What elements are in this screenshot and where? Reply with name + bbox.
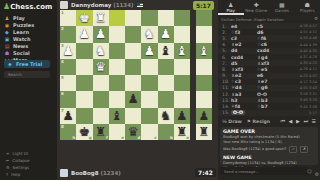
- square-b4[interactable]: [158, 59, 174, 75]
- black-pawn: ♟: [63, 108, 74, 123]
- white-knight: ♞: [144, 26, 155, 41]
- file-label: g: [89, 135, 92, 140]
- square-h7[interactable]: ♟7: [60, 108, 76, 124]
- game-over-result: BooBog8 won by checkmate (5 Min Rated): [223, 135, 315, 139]
- sidebar-item-social[interactable]: ☗Social: [4, 49, 30, 56]
- square-g2[interactable]: ♟: [76, 26, 92, 42]
- square-d5[interactable]: [125, 75, 141, 91]
- move-times: 4:30 4:20: [300, 61, 317, 65]
- square-c2[interactable]: ♞: [141, 26, 157, 42]
- strip-square-a4: [196, 59, 212, 75]
- square-g8[interactable]: ♚g: [76, 124, 92, 140]
- social-icon: ☗: [4, 50, 10, 56]
- square-f8[interactable]: ♜f: [93, 124, 109, 140]
- playback-controls[interactable]: ⏮ ◀ ▶ ⏭ ☰: [280, 118, 317, 125]
- us-flag-icon: [137, 3, 143, 7]
- rating-change: Your new Blitz rating is 1134 (-8).: [223, 140, 315, 144]
- pawn-icon: ♟: [4, 15, 10, 21]
- white-pawn: ♟: [160, 26, 171, 41]
- move-times: 4:50 4:46: [300, 36, 317, 40]
- square-f3[interactable]: ♞: [93, 43, 109, 59]
- white-move[interactable]: d4: [231, 48, 257, 53]
- panel-tabs: ♟Play✚New Game▦Games☗Players: [218, 0, 320, 15]
- square-b7[interactable]: ♞: [158, 108, 174, 124]
- black-rook: ♜: [95, 124, 106, 139]
- black-move[interactable]: c5: [257, 24, 283, 29]
- square-a2[interactable]: [174, 26, 190, 42]
- top-player-bar: Dannydomay (1134): [60, 0, 143, 9]
- strip-piece: ♜: [199, 125, 210, 139]
- move-times: 4:37 4:28: [300, 55, 317, 59]
- black-bishop: ♝: [111, 108, 122, 123]
- black-move[interactable]: ♗xf3: [257, 61, 283, 66]
- sidebar: ♟Chess.com ♟Play◉Puzzles◆Learn▣Watch▤New…: [0, 0, 57, 180]
- white-move[interactable]: ♘c3: [231, 79, 257, 84]
- sidebar-item-learn[interactable]: ◆Learn: [4, 28, 29, 35]
- new-game-title: NEW GAME: [223, 155, 315, 160]
- game-controls: ½ Draw ⚑ Resign ⏮ ◀ ▶ ⏭ ☰: [218, 117, 320, 125]
- black-move[interactable]: e6: [257, 73, 283, 78]
- white-knight: ♞: [95, 43, 106, 58]
- white-move[interactable]: e4: [231, 24, 257, 29]
- file-label: f: [106, 135, 108, 140]
- square-a6[interactable]: [174, 91, 190, 107]
- square-f5[interactable]: [93, 75, 109, 91]
- square-h5[interactable]: 5: [60, 75, 76, 91]
- black-move[interactable]: ♗g4: [257, 55, 283, 60]
- white-pawn: ♟: [144, 43, 155, 58]
- white-king: ♚: [79, 10, 90, 25]
- move-times: 4:26 4:11: [300, 67, 317, 71]
- message-input[interactable]: Send a message...: [220, 167, 310, 175]
- white-move[interactable]: cxd4: [231, 55, 257, 60]
- rank-label: 1: [61, 10, 64, 15]
- square-e1[interactable]: [109, 10, 125, 26]
- square-e2[interactable]: [109, 26, 125, 42]
- strip-square-a1: [196, 10, 212, 26]
- square-b6[interactable]: [158, 91, 174, 107]
- smiley-icon[interactable]: ☺: [307, 168, 312, 174]
- square-h8[interactable]: 8h: [60, 124, 76, 140]
- game-over-box: GAME OVER BooBog8 won by checkmate (5 Mi…: [220, 127, 318, 165]
- sidebar-footer-settings[interactable]: ⚙Settings: [6, 164, 29, 170]
- sidebar-footer-help[interactable]: ?Help: [6, 171, 20, 177]
- black-move[interactable]: ♘b7: [257, 104, 283, 109]
- rank-label: 7: [61, 108, 64, 113]
- black-clock: 7:42: [195, 168, 216, 177]
- white-queen: ♛: [95, 59, 106, 74]
- square-a4[interactable]: [174, 59, 190, 75]
- square-d8[interactable]: ♛d: [125, 124, 141, 140]
- top-avatar[interactable]: [60, 1, 68, 9]
- free-trial-label: Free Trial: [16, 61, 42, 67]
- move-times: 4:20 4:02: [300, 74, 317, 78]
- square-g7[interactable]: [76, 108, 92, 124]
- search-input[interactable]: Search: [4, 71, 50, 78]
- opening-name: Sicilian Defense: Alapin Variation: [221, 17, 317, 22]
- free-trial-button[interactable]: ◈ Free Trial: [4, 60, 50, 68]
- square-e6[interactable]: [109, 91, 125, 107]
- move-list: 1.e4c54:58 4:572.♘f3d64:55 4:523.c3♘f64:…: [218, 23, 320, 116]
- square-e7[interactable]: ♝: [109, 108, 125, 124]
- square-g1[interactable]: ♚: [76, 10, 92, 26]
- square-a3[interactable]: ♝: [174, 43, 190, 59]
- white-move[interactable]: d5: [231, 61, 257, 66]
- square-b5[interactable]: [158, 75, 174, 91]
- move-times: 4:05 3:43: [300, 86, 317, 90]
- tab-games[interactable]: ▦Games: [269, 0, 295, 15]
- square-f1[interactable]: ♜: [93, 10, 109, 26]
- thumbs-up-icon[interactable]: ✓: [289, 146, 297, 153]
- file-label: h: [72, 135, 75, 140]
- learn-icon: ◆: [4, 29, 10, 35]
- black-move[interactable]: ♘f6: [257, 36, 283, 41]
- square-d7[interactable]: [125, 108, 141, 124]
- white-move[interactable]: O-O: [231, 110, 257, 115]
- puzzle-icon: ◉: [4, 22, 10, 28]
- black-move[interactable]: O-O: [257, 92, 283, 97]
- move-times: 4:58 4:57: [300, 24, 317, 28]
- white-move[interactable]: c3: [231, 36, 257, 41]
- a-file-strip: ♝♟♜: [196, 10, 212, 140]
- settings-gear-icon[interactable]: ⚙: [315, 171, 319, 177]
- help-icon: ?: [6, 172, 8, 177]
- square-e4[interactable]: [109, 59, 125, 75]
- sidebar-footer-collapse[interactable]: ⇤Collapse: [6, 157, 29, 163]
- white-move[interactable]: ♕d4: [231, 85, 257, 90]
- square-d2[interactable]: [125, 26, 141, 42]
- sidebar-footer-light-ui[interactable]: ☀Light UI: [6, 150, 28, 156]
- strip-square-a5: [196, 75, 212, 91]
- chess-board[interactable]: 1♚♜2♟♟♞♟♟3♞♟♝♝4♛56♟♟7♝♞♟8h♚g♜fe♛dcb♜a: [60, 10, 190, 140]
- top-player-name[interactable]: Dannydomay (1134): [71, 2, 134, 8]
- white-clock: 5:17: [193, 1, 214, 10]
- bottom-avatar[interactable]: [60, 169, 68, 177]
- square-f7[interactable]: [93, 108, 109, 124]
- rank-label: 6: [61, 91, 64, 96]
- move-times: 4:44 4:39: [300, 43, 317, 47]
- black-pawn: ♟: [128, 91, 139, 106]
- square-b8[interactable]: b: [158, 124, 174, 140]
- white-pawn: ♟: [79, 26, 90, 41]
- move-times: 4:55 4:52: [300, 30, 317, 34]
- chess-com-logo[interactable]: ♟Chess.com: [3, 2, 52, 11]
- white-move[interactable]: ♗a3: [231, 92, 257, 97]
- black-move[interactable]: ♘c6: [257, 42, 283, 47]
- black-move[interactable]: ♗e7: [257, 79, 283, 84]
- square-g3[interactable]: [76, 43, 92, 59]
- collapse-icon: ⇤: [6, 158, 9, 163]
- strip-square-a2: [196, 26, 212, 42]
- square-h3[interactable]: ♟3: [60, 43, 76, 59]
- square-c1[interactable]: [141, 10, 157, 26]
- white-pawn: ♟: [95, 26, 106, 41]
- good-sport-question: Was BooBog8 (1234) a good sport?: [223, 147, 286, 151]
- white-move[interactable]: h3: [231, 98, 257, 103]
- sidebar-item-play[interactable]: ♟Play: [4, 14, 25, 21]
- tab-players[interactable]: ☗Players: [295, 0, 320, 15]
- black-move[interactable]: cxd4: [257, 48, 283, 53]
- file-label: b: [170, 135, 173, 140]
- white-pawn: ♟: [63, 43, 74, 58]
- rank-label: 2: [61, 26, 64, 31]
- rank-label: 8: [61, 124, 64, 129]
- square-d1[interactable]: [125, 10, 141, 26]
- move-times: 5:17: [309, 111, 317, 115]
- square-d4[interactable]: [125, 59, 141, 75]
- white-bishop: ♝: [176, 43, 187, 58]
- file-label: d: [137, 135, 140, 140]
- square-h6[interactable]: 6: [60, 91, 76, 107]
- move-times: 4:12 3:54: [300, 80, 317, 84]
- square-g6[interactable]: [76, 91, 92, 107]
- square-h4[interactable]: 4: [60, 59, 76, 75]
- square-a7[interactable]: ♟: [174, 108, 190, 124]
- square-g5[interactable]: [76, 75, 92, 91]
- tab-new-game[interactable]: ✚New Game: [244, 0, 270, 15]
- file-label: e: [121, 135, 124, 140]
- draw-button[interactable]: ½ Draw: [222, 119, 242, 124]
- black-pawn: ♟: [176, 108, 187, 123]
- square-c8[interactable]: c: [141, 124, 157, 140]
- news-icon: ▤: [4, 43, 10, 49]
- diamond-icon: ◈: [7, 61, 13, 67]
- rank-label: 4: [61, 59, 64, 64]
- square-a5[interactable]: [174, 75, 190, 91]
- thumbs-down-icon[interactable]: ✗: [300, 146, 308, 153]
- sidebar-item-puzzles[interactable]: ◉Puzzles: [4, 21, 34, 28]
- bottom-player-bar: BooBog8 (1234): [60, 168, 121, 177]
- game-over-title: GAME OVER: [223, 129, 315, 134]
- white-move[interactable]: ♗e2: [231, 73, 257, 78]
- strip-square-a6: [196, 91, 212, 107]
- square-e8[interactable]: e: [109, 124, 125, 140]
- white-move[interactable]: ♕f4: [231, 104, 257, 109]
- white-move[interactable]: ♗xf3: [231, 67, 257, 72]
- rank-label: 5: [61, 75, 64, 80]
- file-label: c: [154, 135, 156, 140]
- square-e5[interactable]: [109, 75, 125, 91]
- move-times: 3:40 3:08: [300, 105, 317, 109]
- square-e3[interactable]: [109, 43, 125, 59]
- square-b2[interactable]: ♟: [158, 26, 174, 42]
- square-d6[interactable]: ♟: [125, 91, 141, 107]
- bulb-icon: ☀: [6, 151, 10, 156]
- square-c3[interactable]: ♟: [141, 43, 157, 59]
- square-a1[interactable]: [174, 10, 190, 26]
- white-move[interactable]: ♘f3: [231, 30, 257, 35]
- square-b3[interactable]: ♝: [158, 43, 174, 59]
- black-move[interactable]: ♘g6: [257, 85, 283, 90]
- game-panel: ♟Play✚New Game▦Games☗Players Sicilian De…: [218, 0, 320, 180]
- white-move[interactable]: ♗e2: [231, 42, 257, 47]
- square-f4[interactable]: ♛: [93, 59, 109, 75]
- black-bishop: ♝: [160, 43, 171, 58]
- move-times: 4:40 4:35: [300, 49, 317, 53]
- move-times: 3:49 3:20: [300, 98, 317, 102]
- strip-square-a8: ♜: [196, 124, 212, 140]
- chess-com-app: ♟Chess.com ♟Play◉Puzzles◆Learn▣Watch▤New…: [0, 0, 320, 180]
- new-game-matchup: Dannydomay (1134) vs. BooBog8 (1234): [223, 161, 315, 165]
- square-c5[interactable]: [141, 75, 157, 91]
- square-d3[interactable]: [125, 43, 141, 59]
- square-f6[interactable]: [93, 91, 109, 107]
- square-g4[interactable]: [76, 59, 92, 75]
- strip-piece: ♝: [199, 44, 210, 58]
- strip-square-a3: ♝: [196, 43, 212, 59]
- square-c4[interactable]: [141, 59, 157, 75]
- watch-icon: ▣: [4, 36, 10, 42]
- tab-play[interactable]: ♟Play: [218, 0, 244, 15]
- resign-button[interactable]: ⚑ Resign: [247, 119, 270, 124]
- move-row-15[interactable]: 15.O-O5:17: [218, 110, 320, 116]
- square-c7[interactable]: [141, 108, 157, 124]
- strip-square-a7: ♟: [196, 108, 212, 124]
- rank-label: 3: [61, 43, 64, 48]
- square-c6[interactable]: [141, 91, 157, 107]
- sidebar-item-watch[interactable]: ▣Watch: [4, 35, 31, 42]
- gear-icon: ⚙: [6, 165, 10, 170]
- black-move[interactable]: ♘e5: [257, 67, 283, 72]
- strip-piece: ♟: [199, 109, 210, 123]
- square-a8[interactable]: ♜a: [174, 124, 190, 140]
- black-knight: ♞: [160, 108, 171, 123]
- move-times: 3:58 3:31: [300, 92, 317, 96]
- square-f2[interactable]: ♟: [93, 26, 109, 42]
- white-rook: ♜: [95, 10, 106, 25]
- sidebar-item-news[interactable]: ▤News: [4, 42, 28, 49]
- square-h2[interactable]: 2: [60, 26, 76, 42]
- square-h1[interactable]: 1: [60, 10, 76, 26]
- bottom-player-name[interactable]: BooBog8 (1234): [71, 170, 121, 176]
- opening-gear-icon[interactable]: ⚙: [314, 16, 318, 21]
- black-move[interactable]: d6: [257, 30, 283, 35]
- file-label: a: [186, 135, 189, 140]
- black-move[interactable]: ♗b3: [257, 98, 283, 103]
- square-b1[interactable]: [158, 10, 174, 26]
